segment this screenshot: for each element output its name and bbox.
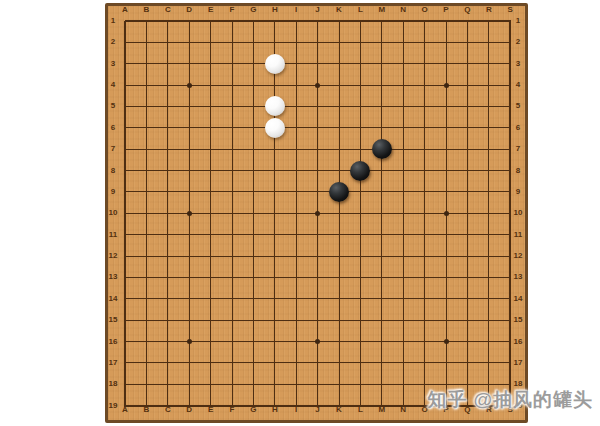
coord-label-left: 15 [109, 316, 118, 324]
coord-label-right: 3 [516, 60, 520, 68]
coord-label-top: I [295, 6, 297, 14]
star-point [315, 211, 320, 216]
black-stone-M7[interactable] [372, 139, 392, 159]
coord-label-top: K [336, 6, 342, 14]
coord-label-right: 12 [514, 252, 523, 260]
white-stone-H3[interactable] [265, 54, 285, 74]
white-stone-H5[interactable] [265, 96, 285, 116]
coord-label-left: 17 [109, 359, 118, 367]
coord-label-top: S [508, 6, 513, 14]
coord-label-right: 11 [514, 231, 522, 239]
grid-line-h [125, 277, 511, 278]
coord-label-left: 13 [109, 273, 118, 281]
grid-line-h [125, 127, 511, 128]
grid-line-h [125, 170, 511, 171]
coord-label-top: H [272, 6, 278, 14]
coord-label-top: G [250, 6, 256, 14]
coord-label-top: P [443, 6, 448, 14]
grid-line-h [125, 234, 511, 235]
coord-label-left: 11 [109, 231, 117, 239]
coord-label-bottom: G [250, 406, 256, 414]
coord-label-top: R [486, 6, 492, 14]
grid-line-v [381, 21, 382, 407]
coord-label-left: 3 [111, 60, 115, 68]
star-point [444, 211, 449, 216]
coord-label-top: L [358, 6, 363, 14]
star-point [187, 211, 192, 216]
star-point [187, 83, 192, 88]
coord-label-top: O [421, 6, 427, 14]
grid-line-h [125, 63, 511, 64]
grid-line-v [210, 21, 211, 407]
coord-label-left: 18 [109, 380, 118, 388]
grid-line-v [296, 21, 297, 407]
coord-label-right: 9 [516, 188, 520, 196]
coord-label-left: 6 [111, 124, 115, 132]
grid-line-h [125, 298, 511, 299]
coord-label-right: 17 [514, 359, 523, 367]
grid-line-v [253, 21, 254, 407]
grid-line-v [167, 21, 168, 407]
grid-line-v [424, 21, 425, 407]
coord-label-right: 1 [516, 17, 520, 25]
coord-label-right: 7 [516, 145, 520, 153]
coord-label-bottom: E [208, 406, 213, 414]
grid-line-v [509, 21, 511, 407]
coord-label-bottom: B [144, 406, 150, 414]
coord-label-top: E [208, 6, 213, 14]
coord-label-bottom: I [295, 406, 297, 414]
grid-line-h [125, 256, 511, 257]
coord-label-left: 8 [111, 167, 115, 175]
grid-line-h [125, 20, 511, 22]
grid-line-h [125, 191, 511, 192]
watermark: 知乎 @抽风的罐头 [427, 387, 593, 413]
coord-label-top: N [400, 6, 406, 14]
coord-label-bottom: L [358, 406, 363, 414]
coord-label-bottom: N [400, 406, 406, 414]
coord-label-right: 13 [514, 273, 523, 281]
page: AABBCCDDEEFFGGHHIIJJKKLLMMNNOOPPQQRRSS11… [0, 0, 600, 426]
coord-label-right: 8 [516, 167, 520, 175]
grid-line-h [125, 149, 511, 150]
black-stone-L8[interactable] [350, 161, 370, 181]
coord-label-left: 9 [111, 188, 115, 196]
grid-line-v [339, 21, 340, 407]
coord-label-left: 12 [109, 252, 118, 260]
coord-label-top: J [315, 6, 319, 14]
coord-label-bottom: K [336, 406, 342, 414]
coord-label-right: 16 [514, 338, 523, 346]
coord-label-left: 1 [111, 17, 115, 25]
grid-line-h [125, 320, 511, 321]
coord-label-bottom: J [315, 406, 319, 414]
grid-line-h [125, 384, 511, 385]
grid-line-v [467, 21, 468, 407]
grid-line-h [125, 42, 511, 43]
coord-label-bottom: A [122, 406, 128, 414]
coord-label-right: 14 [514, 295, 523, 303]
coord-label-bottom: C [165, 406, 171, 414]
coord-label-left: 10 [109, 209, 118, 217]
go-board[interactable]: AABBCCDDEEFFGGHHIIJJKKLLMMNNOOPPQQRRSS11… [105, 3, 528, 423]
star-point [315, 339, 320, 344]
coord-label-left: 16 [109, 338, 118, 346]
coord-label-top: F [230, 6, 235, 14]
grid-line-v [124, 21, 126, 407]
coord-label-left: 14 [109, 295, 118, 303]
star-point [315, 83, 320, 88]
coord-label-right: 5 [516, 102, 520, 110]
coord-label-left: 2 [111, 38, 115, 46]
coord-label-right: 6 [516, 124, 520, 132]
coord-label-bottom: M [378, 406, 385, 414]
star-point [187, 339, 192, 344]
star-point [444, 339, 449, 344]
coord-label-right: 2 [516, 38, 520, 46]
grid-line-v [488, 21, 489, 407]
coord-label-top: M [378, 6, 385, 14]
grid-line-v [146, 21, 147, 407]
coord-label-left: 5 [111, 102, 115, 110]
coord-label-top: C [165, 6, 171, 14]
coord-label-top: B [144, 6, 150, 14]
grid-line-v [403, 21, 404, 407]
grid-line-v [360, 21, 361, 407]
coord-label-left: 19 [109, 402, 118, 410]
grid-line-v [232, 21, 233, 407]
white-stone-H6[interactable] [265, 118, 285, 138]
coord-label-top: A [122, 6, 128, 14]
coord-label-bottom: F [230, 406, 235, 414]
grid-line-h [125, 106, 511, 107]
star-point [444, 83, 449, 88]
grid-line-v [274, 21, 275, 407]
coord-label-right: 4 [516, 81, 520, 89]
coord-label-bottom: D [186, 406, 192, 414]
coord-label-top: Q [464, 6, 470, 14]
coord-label-bottom: H [272, 406, 278, 414]
coord-label-right: 15 [514, 316, 523, 324]
coord-label-left: 4 [111, 81, 115, 89]
coord-label-left: 7 [111, 145, 115, 153]
grid-line-h [125, 362, 511, 363]
coord-label-top: D [186, 6, 192, 14]
coord-label-right: 10 [514, 209, 523, 217]
black-stone-K9[interactable] [329, 182, 349, 202]
